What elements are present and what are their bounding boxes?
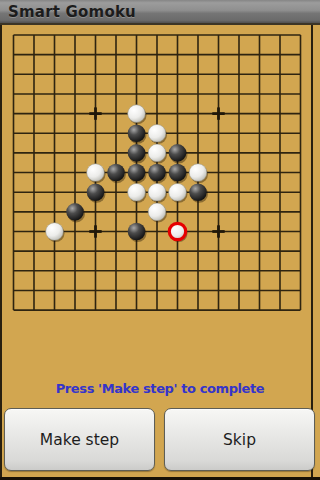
black-stone (128, 223, 146, 241)
status-message: Press 'Make step' to complete (0, 381, 320, 396)
white-stone (148, 183, 166, 201)
white-stone (128, 183, 146, 201)
white-stone (169, 183, 187, 201)
make-step-button[interactable]: Make step (4, 408, 155, 471)
black-stone (128, 124, 146, 142)
app-title: Smart Gomoku (0, 3, 136, 21)
white-stone (46, 223, 64, 241)
white-stone (189, 164, 207, 182)
black-stone (148, 164, 166, 182)
white-stone (87, 164, 105, 182)
black-stone (87, 183, 105, 201)
white-stone (128, 105, 146, 123)
black-stone (107, 164, 125, 182)
skip-button[interactable]: Skip (164, 408, 315, 471)
white-stone (148, 144, 166, 162)
white-stone (148, 203, 166, 221)
black-stone (189, 183, 207, 201)
game-board[interactable] (0, 0, 320, 345)
black-stone (169, 144, 187, 162)
black-stone (66, 203, 84, 221)
black-stone (169, 164, 187, 182)
white-stone (148, 124, 166, 142)
title-bar: Smart Gomoku (0, 0, 320, 25)
black-stone (128, 164, 146, 182)
black-stone (128, 144, 146, 162)
app-screen: Smart Gomoku Press 'Make step' to comple… (0, 0, 320, 480)
button-bar: Make step Skip (0, 408, 320, 471)
